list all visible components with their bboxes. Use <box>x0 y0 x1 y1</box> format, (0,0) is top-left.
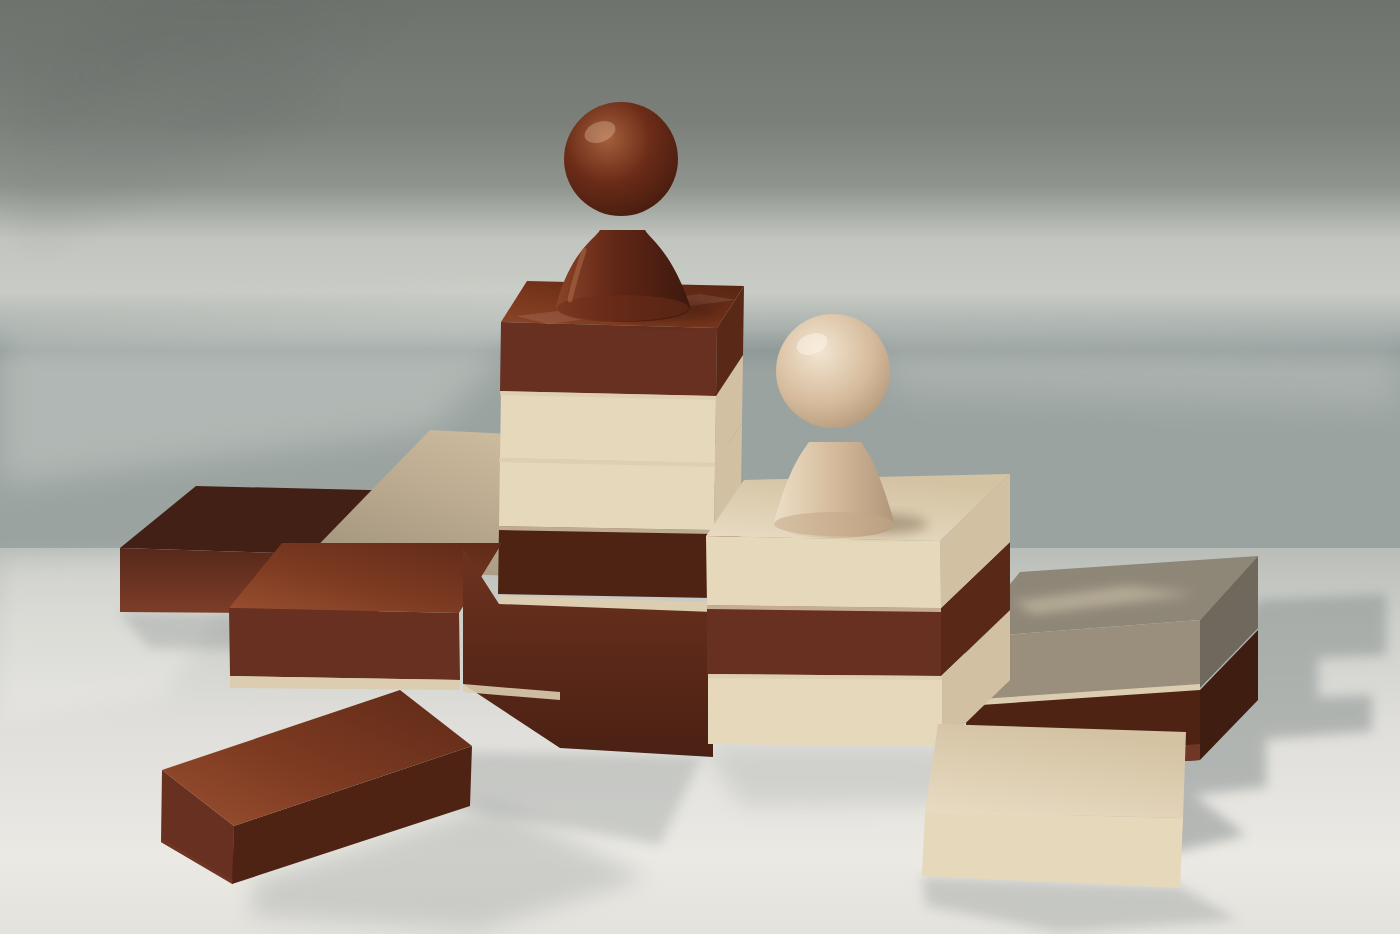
photo-scene <box>0 0 1400 934</box>
pawn-head <box>564 102 678 216</box>
pawn-base-rim <box>557 295 689 321</box>
block-top-face <box>925 724 1186 818</box>
block-r1-front <box>708 674 942 746</box>
block-front-face <box>922 812 1183 888</box>
block-front-right-light <box>922 724 1186 888</box>
block-t2-front <box>499 458 715 530</box>
block-t1-front <box>498 526 714 598</box>
pawn-head <box>776 314 890 428</box>
block-t4-front <box>500 322 717 396</box>
pawn-base-rim <box>774 512 894 536</box>
block-r3-front <box>706 536 941 608</box>
block-r2-front <box>707 605 941 676</box>
block-front-face <box>229 608 460 680</box>
block-t3-front <box>500 391 716 463</box>
